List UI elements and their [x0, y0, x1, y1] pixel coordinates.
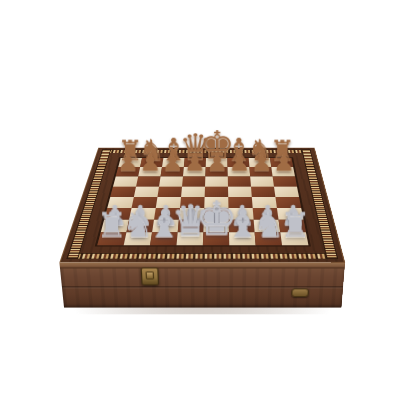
square-g6[interactable]	[250, 177, 274, 187]
piece-white-rook[interactable]: ♜	[279, 208, 310, 242]
square-g5[interactable]	[251, 187, 275, 198]
square-a5[interactable]	[110, 187, 136, 198]
square-d7[interactable]: ♟	[183, 167, 206, 176]
piece-black-pawn[interactable]: ♟	[161, 150, 183, 174]
square-a6[interactable]	[113, 177, 138, 187]
square-f6[interactable]	[228, 177, 251, 187]
square-f7[interactable]: ♟	[228, 167, 251, 176]
square-e6[interactable]	[205, 177, 228, 187]
board-top: ♜♞♝♛♚♝♞♜♟♟♟♟♟♟♟♟♟♟♟♟♟♟♟♟♜♞♝♛♚♝♞♜	[59, 148, 345, 263]
piece-black-pawn[interactable]: ♟	[206, 150, 228, 174]
square-h7[interactable]: ♟	[271, 167, 295, 176]
lid-seam	[62, 286, 343, 287]
square-c6[interactable]	[159, 177, 183, 187]
board-grid: ♜♞♝♛♚♝♞♜♟♟♟♟♟♟♟♟♟♟♟♟♟♟♟♟♜♞♝♛♚♝♞♜	[95, 157, 311, 246]
piece-black-pawn[interactable]: ♟	[228, 150, 250, 174]
piece-black-pawn[interactable]: ♟	[139, 150, 161, 174]
square-c7[interactable]: ♟	[161, 167, 184, 176]
square-a7[interactable]: ♟	[116, 167, 140, 176]
square-b5[interactable]	[134, 187, 159, 198]
piece-black-pawn[interactable]: ♟	[117, 150, 139, 174]
chess-set-scene: ♜♞♝♛♚♝♞♜♟♟♟♟♟♟♟♟♟♟♟♟♟♟♟♟♜♞♝♛♚♝♞♜	[85, 118, 325, 358]
square-e7[interactable]: ♟	[205, 167, 227, 176]
box-front-panel	[59, 262, 345, 307]
square-h1[interactable]: ♜	[280, 232, 308, 245]
square-h5[interactable]	[274, 187, 299, 198]
piece-black-pawn[interactable]: ♟	[250, 150, 272, 174]
square-g7[interactable]: ♟	[249, 167, 272, 176]
piece-black-pawn[interactable]: ♟	[273, 150, 295, 174]
box-top-molding	[59, 262, 345, 268]
square-h6[interactable]	[273, 177, 297, 187]
square-g1[interactable]: ♞	[255, 232, 282, 245]
square-b6[interactable]	[136, 177, 161, 187]
square-b7[interactable]: ♟	[138, 167, 162, 176]
square-f1[interactable]: ♝	[229, 232, 256, 245]
brass-latch-icon	[141, 267, 160, 285]
piece-black-pawn[interactable]: ♟	[183, 150, 205, 174]
square-d6[interactable]	[182, 177, 205, 187]
chess-box: ♜♞♝♛♚♝♞♜♟♟♟♟♟♟♟♟♟♟♟♟♟♟♟♟♜♞♝♛♚♝♞♜	[64, 185, 341, 308]
brass-plate-icon	[291, 288, 309, 297]
inlay-border-bottom	[66, 253, 338, 259]
